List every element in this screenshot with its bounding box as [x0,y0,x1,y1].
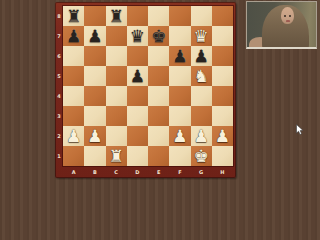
square-d8[interactable] [127,6,148,26]
square-f1[interactable] [169,146,190,166]
piece-white-pawn: ♟ [84,126,105,146]
square-d4[interactable] [127,86,148,106]
square-c6[interactable] [106,46,127,66]
square-g2[interactable]: ♟ [191,126,212,146]
rank-label: 7 [55,26,63,46]
square-a2[interactable]: ♟ [63,126,84,146]
rank-label: 3 [55,106,63,126]
square-c1[interactable]: ♜ [106,146,127,166]
square-b5[interactable] [84,66,105,86]
square-c3[interactable] [106,106,127,126]
piece-white-king: ♚ [191,146,212,166]
square-e5[interactable] [148,66,169,86]
piece-white-pawn: ♟ [191,126,212,146]
piece-black-pawn: ♟ [169,46,190,66]
square-h5[interactable] [212,66,233,86]
square-d6[interactable] [127,46,148,66]
square-a6[interactable] [63,46,84,66]
square-b2[interactable]: ♟ [84,126,105,146]
square-g3[interactable] [191,106,212,126]
square-h3[interactable] [212,106,233,126]
square-b8[interactable] [84,6,105,26]
rank-label: 5 [55,66,63,86]
square-h6[interactable] [212,46,233,66]
square-b3[interactable] [84,106,105,126]
piece-white-pawn: ♟ [212,126,233,146]
rank-label: 8 [55,6,63,26]
piece-white-knight: ♞ [191,66,212,86]
mouse-cursor-icon [296,120,304,131]
square-g4[interactable] [191,86,212,106]
person-eye [289,15,291,17]
square-a3[interactable] [63,106,84,126]
piece-black-queen: ♛ [127,26,148,46]
piece-black-rook: ♜ [63,6,84,26]
file-coordinates: ABCDEFGH [63,166,233,177]
square-e1[interactable] [148,146,169,166]
square-c8[interactable]: ♜ [106,6,127,26]
square-a8[interactable]: ♜ [63,6,84,26]
square-c7[interactable] [106,26,127,46]
square-f8[interactable] [169,6,190,26]
square-h2[interactable]: ♟ [212,126,233,146]
square-g7[interactable]: ♛ [191,26,212,46]
piece-black-rook: ♜ [106,6,127,26]
piece-black-pawn: ♟ [63,26,84,46]
file-label: H [212,166,233,177]
webcam-video [246,1,317,49]
rank-label: 4 [55,86,63,106]
square-f4[interactable] [169,86,190,106]
square-a7[interactable]: ♟ [63,26,84,46]
rank-coordinates: 87654321 [55,6,63,166]
square-f5[interactable] [169,66,190,86]
square-f3[interactable] [169,106,190,126]
square-g5[interactable]: ♞ [191,66,212,86]
square-e3[interactable] [148,106,169,126]
square-a1[interactable] [63,146,84,166]
square-g6[interactable]: ♟ [191,46,212,66]
file-label: B [84,166,105,177]
file-label: A [63,166,84,177]
file-label: D [127,166,148,177]
square-b4[interactable] [84,86,105,106]
square-c4[interactable] [106,86,127,106]
square-f7[interactable] [169,26,190,46]
square-d2[interactable] [127,126,148,146]
square-h4[interactable] [212,86,233,106]
piece-white-queen: ♛ [191,26,212,46]
square-d5[interactable]: ♟ [127,66,148,86]
file-label: G [191,166,212,177]
rank-label: 6 [55,46,63,66]
square-h1[interactable] [212,146,233,166]
square-a4[interactable] [63,86,84,106]
chess-board: 87654321 ♜♜♟♟♛♚♛♟♟♟♞♟♟♟♟♟♜♚ ABCDEFGH [55,2,236,178]
square-h8[interactable] [212,6,233,26]
square-d3[interactable] [127,106,148,126]
piece-black-pawn: ♟ [84,26,105,46]
square-c5[interactable] [106,66,127,86]
square-b6[interactable] [84,46,105,66]
square-e7[interactable]: ♚ [148,26,169,46]
square-f6[interactable]: ♟ [169,46,190,66]
person-eye [284,15,286,17]
square-g8[interactable] [191,6,212,26]
square-g1[interactable]: ♚ [191,146,212,166]
piece-white-rook: ♜ [106,146,127,166]
file-label: E [148,166,169,177]
piece-white-pawn: ♟ [63,126,84,146]
square-b1[interactable] [84,146,105,166]
square-f2[interactable]: ♟ [169,126,190,146]
square-c2[interactable] [106,126,127,146]
piece-black-pawn: ♟ [127,66,148,86]
square-e6[interactable] [148,46,169,66]
square-a5[interactable] [63,66,84,86]
person-face [281,7,294,24]
square-e8[interactable] [148,6,169,26]
piece-black-king: ♚ [148,26,169,46]
board-grid: ♜♜♟♟♛♚♛♟♟♟♞♟♟♟♟♟♜♚ [63,6,233,166]
square-e4[interactable] [148,86,169,106]
piece-black-pawn: ♟ [191,46,212,66]
rank-label: 1 [55,146,63,166]
person-mouth [286,20,290,22]
square-b7[interactable]: ♟ [84,26,105,46]
square-e2[interactable] [148,126,169,146]
square-d1[interactable] [127,146,148,166]
rank-label: 2 [55,126,63,146]
square-d7[interactable]: ♛ [127,26,148,46]
square-h7[interactable] [212,26,233,46]
file-label: F [169,166,190,177]
piece-white-pawn: ♟ [169,126,190,146]
file-label: C [106,166,127,177]
